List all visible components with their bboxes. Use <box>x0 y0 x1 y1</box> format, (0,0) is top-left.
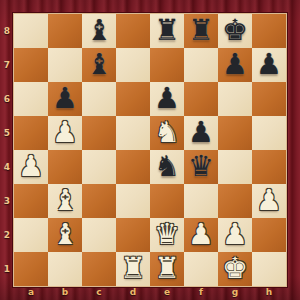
square-b4[interactable] <box>48 150 82 184</box>
square-d3[interactable] <box>116 184 150 218</box>
piece-black-pawn[interactable]: ♟ <box>52 84 78 113</box>
square-e4[interactable]: ♞ <box>150 150 184 184</box>
square-b1[interactable] <box>48 252 82 286</box>
square-e6[interactable]: ♟ <box>150 82 184 116</box>
square-d6[interactable] <box>116 82 150 116</box>
square-a5[interactable] <box>14 116 48 150</box>
square-h8[interactable] <box>252 14 286 48</box>
piece-white-king[interactable]: ♚ <box>222 254 248 283</box>
piece-white-pawn[interactable]: ♟ <box>18 152 44 181</box>
file-label-g: g <box>218 286 252 300</box>
rank-label-8: 8 <box>0 14 14 48</box>
piece-black-bishop[interactable]: ♝ <box>86 50 112 79</box>
square-h6[interactable] <box>252 82 286 116</box>
square-c3[interactable] <box>82 184 116 218</box>
square-a4[interactable]: ♟ <box>14 150 48 184</box>
square-f7[interactable] <box>184 48 218 82</box>
rank-label-1: 1 <box>0 252 14 286</box>
square-h2[interactable] <box>252 218 286 252</box>
square-f4[interactable]: ♛ <box>184 150 218 184</box>
rank-label-2: 2 <box>0 218 14 252</box>
piece-white-bishop[interactable]: ♝ <box>52 186 78 215</box>
square-b6[interactable]: ♟ <box>48 82 82 116</box>
square-d8[interactable] <box>116 14 150 48</box>
rank-label-7: 7 <box>0 48 14 82</box>
square-a1[interactable] <box>14 252 48 286</box>
piece-white-pawn[interactable]: ♟ <box>256 186 282 215</box>
chess-diagram: 87654321 ♝♜♜♚♝♟♟♟♟♟♞♟♟♞♛♝♟♝♛♟♟♜♜♚ abcdef… <box>0 0 300 300</box>
square-c1[interactable] <box>82 252 116 286</box>
piece-black-pawn[interactable]: ♟ <box>256 50 282 79</box>
square-b3[interactable]: ♝ <box>48 184 82 218</box>
square-a8[interactable] <box>14 14 48 48</box>
file-label-e: e <box>150 286 184 300</box>
square-e5[interactable]: ♞ <box>150 116 184 150</box>
file-label-f: f <box>184 286 218 300</box>
piece-black-bishop[interactable]: ♝ <box>86 16 112 45</box>
file-label-a: a <box>14 286 48 300</box>
piece-black-queen[interactable]: ♛ <box>188 152 214 181</box>
square-g8[interactable]: ♚ <box>218 14 252 48</box>
square-e2[interactable]: ♛ <box>150 218 184 252</box>
square-f5[interactable]: ♟ <box>184 116 218 150</box>
file-label-c: c <box>82 286 116 300</box>
square-b8[interactable] <box>48 14 82 48</box>
piece-white-pawn[interactable]: ♟ <box>188 220 214 249</box>
square-d5[interactable] <box>116 116 150 150</box>
square-g7[interactable]: ♟ <box>218 48 252 82</box>
piece-white-queen[interactable]: ♛ <box>154 220 180 249</box>
piece-black-knight[interactable]: ♞ <box>154 152 180 181</box>
square-b2[interactable]: ♝ <box>48 218 82 252</box>
piece-white-rook[interactable]: ♜ <box>154 254 180 283</box>
file-label-d: d <box>116 286 150 300</box>
square-a6[interactable] <box>14 82 48 116</box>
square-f1[interactable] <box>184 252 218 286</box>
square-h3[interactable]: ♟ <box>252 184 286 218</box>
square-a2[interactable] <box>14 218 48 252</box>
square-e7[interactable] <box>150 48 184 82</box>
square-h1[interactable] <box>252 252 286 286</box>
square-a3[interactable] <box>14 184 48 218</box>
square-h7[interactable]: ♟ <box>252 48 286 82</box>
square-e3[interactable] <box>150 184 184 218</box>
square-c6[interactable] <box>82 82 116 116</box>
piece-white-pawn[interactable]: ♟ <box>222 220 248 249</box>
square-g5[interactable] <box>218 116 252 150</box>
square-e8[interactable]: ♜ <box>150 14 184 48</box>
square-c7[interactable]: ♝ <box>82 48 116 82</box>
square-d7[interactable] <box>116 48 150 82</box>
square-h4[interactable] <box>252 150 286 184</box>
square-g6[interactable] <box>218 82 252 116</box>
piece-black-king[interactable]: ♚ <box>222 16 248 45</box>
square-d4[interactable] <box>116 150 150 184</box>
square-a7[interactable] <box>14 48 48 82</box>
square-d1[interactable]: ♜ <box>116 252 150 286</box>
piece-black-pawn[interactable]: ♟ <box>222 50 248 79</box>
piece-black-pawn[interactable]: ♟ <box>154 84 180 113</box>
file-label-h: h <box>252 286 286 300</box>
piece-black-pawn[interactable]: ♟ <box>188 118 214 147</box>
square-g3[interactable] <box>218 184 252 218</box>
square-b7[interactable] <box>48 48 82 82</box>
piece-white-knight[interactable]: ♞ <box>154 118 180 147</box>
square-c8[interactable]: ♝ <box>82 14 116 48</box>
square-g1[interactable]: ♚ <box>218 252 252 286</box>
square-f8[interactable]: ♜ <box>184 14 218 48</box>
square-f3[interactable] <box>184 184 218 218</box>
piece-white-pawn[interactable]: ♟ <box>52 118 78 147</box>
square-g2[interactable]: ♟ <box>218 218 252 252</box>
piece-black-rook[interactable]: ♜ <box>188 16 214 45</box>
piece-white-bishop[interactable]: ♝ <box>52 220 78 249</box>
piece-white-rook[interactable]: ♜ <box>120 254 146 283</box>
square-c4[interactable] <box>82 150 116 184</box>
rank-label-3: 3 <box>0 184 14 218</box>
square-e1[interactable]: ♜ <box>150 252 184 286</box>
file-label-b: b <box>48 286 82 300</box>
rank-labels: 87654321 <box>0 14 14 286</box>
square-h5[interactable] <box>252 116 286 150</box>
square-c5[interactable] <box>82 116 116 150</box>
board: ♝♜♜♚♝♟♟♟♟♟♞♟♟♞♛♝♟♝♛♟♟♜♜♚ <box>14 14 286 286</box>
square-f6[interactable] <box>184 82 218 116</box>
square-f2[interactable]: ♟ <box>184 218 218 252</box>
rank-label-4: 4 <box>0 150 14 184</box>
square-d2[interactable] <box>116 218 150 252</box>
piece-black-rook[interactable]: ♜ <box>154 16 180 45</box>
rank-label-5: 5 <box>0 116 14 150</box>
rank-label-6: 6 <box>0 82 14 116</box>
file-labels: abcdefgh <box>14 286 286 300</box>
square-c2[interactable] <box>82 218 116 252</box>
square-b5[interactable]: ♟ <box>48 116 82 150</box>
square-g4[interactable] <box>218 150 252 184</box>
